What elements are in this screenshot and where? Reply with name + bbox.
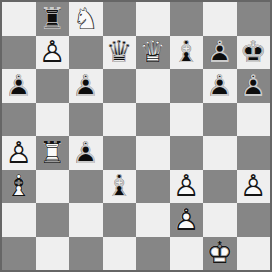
piece-fill-glyph: ♟ <box>170 170 204 204</box>
piece-fill-glyph: ♚ <box>237 36 271 70</box>
piece-fill-glyph: ♟ <box>237 170 271 204</box>
black-pawn: ♟♙ <box>69 69 103 103</box>
square-f1[interactable] <box>170 237 204 271</box>
square-g5[interactable] <box>203 103 237 137</box>
square-c8[interactable]: ♞♘ <box>69 2 103 36</box>
piece-fill-glyph: ♜ <box>36 136 70 170</box>
piece-outline-glyph: ♕ <box>103 36 137 70</box>
piece-outline-glyph: ♔ <box>203 237 237 271</box>
black-bishop: ♝♗ <box>170 36 204 70</box>
square-e6[interactable] <box>136 69 170 103</box>
square-g6[interactable]: ♟♙ <box>203 69 237 103</box>
piece-fill-glyph: ♟ <box>36 36 70 70</box>
piece-outline-glyph: ♔ <box>237 36 271 70</box>
square-b3[interactable] <box>36 170 70 204</box>
white-rook: ♜♖ <box>36 136 70 170</box>
piece-fill-glyph: ♟ <box>203 69 237 103</box>
piece-outline-glyph: ♙ <box>237 170 271 204</box>
piece-outline-glyph: ♘ <box>69 2 103 36</box>
black-rook: ♜♖ <box>36 2 70 36</box>
square-a5[interactable] <box>2 103 36 137</box>
piece-fill-glyph: ♟ <box>69 69 103 103</box>
piece-outline-glyph: ♖ <box>36 2 70 36</box>
square-e8[interactable] <box>136 2 170 36</box>
square-h6[interactable]: ♟♙ <box>237 69 271 103</box>
square-a2[interactable] <box>2 203 36 237</box>
piece-fill-glyph: ♛ <box>103 36 137 70</box>
square-d4[interactable] <box>103 136 137 170</box>
square-f5[interactable] <box>170 103 204 137</box>
piece-outline-glyph: ♙ <box>2 69 36 103</box>
square-a7[interactable] <box>2 36 36 70</box>
piece-fill-glyph: ♟ <box>69 136 103 170</box>
square-a3[interactable]: ♝♗ <box>2 170 36 204</box>
black-queen: ♛♕ <box>103 36 137 70</box>
piece-outline-glyph: ♙ <box>69 69 103 103</box>
square-f2[interactable]: ♟♙ <box>170 203 204 237</box>
square-e3[interactable] <box>136 170 170 204</box>
square-f7[interactable]: ♝♗ <box>170 36 204 70</box>
piece-outline-glyph: ♙ <box>203 36 237 70</box>
piece-outline-glyph: ♗ <box>103 170 137 204</box>
piece-fill-glyph: ♝ <box>103 170 137 204</box>
square-d3[interactable]: ♝♗ <box>103 170 137 204</box>
square-c2[interactable] <box>69 203 103 237</box>
white-queen: ♛♕ <box>136 36 170 70</box>
square-f4[interactable] <box>170 136 204 170</box>
piece-outline-glyph: ♙ <box>170 170 204 204</box>
piece-outline-glyph: ♕ <box>136 36 170 70</box>
piece-fill-glyph: ♜ <box>36 2 70 36</box>
square-b1[interactable] <box>36 237 70 271</box>
white-pawn: ♟♙ <box>170 170 204 204</box>
square-d7[interactable]: ♛♕ <box>103 36 137 70</box>
square-b6[interactable] <box>36 69 70 103</box>
square-h4[interactable] <box>237 136 271 170</box>
square-e7[interactable]: ♛♕ <box>136 36 170 70</box>
square-g1[interactable]: ♚♔ <box>203 237 237 271</box>
square-h2[interactable] <box>237 203 271 237</box>
square-d2[interactable] <box>103 203 137 237</box>
black-pawn: ♟♙ <box>203 36 237 70</box>
square-f3[interactable]: ♟♙ <box>170 170 204 204</box>
square-a8[interactable] <box>2 2 36 36</box>
square-b4[interactable]: ♜♖ <box>36 136 70 170</box>
square-d5[interactable] <box>103 103 137 137</box>
square-c1[interactable] <box>69 237 103 271</box>
square-g4[interactable] <box>203 136 237 170</box>
black-pawn: ♟♙ <box>203 69 237 103</box>
square-e2[interactable] <box>136 203 170 237</box>
black-king: ♚♔ <box>237 36 271 70</box>
square-g3[interactable] <box>203 170 237 204</box>
piece-fill-glyph: ♟ <box>237 69 271 103</box>
piece-fill-glyph: ♚ <box>203 237 237 271</box>
white-king: ♚♔ <box>203 237 237 271</box>
square-h3[interactable]: ♟♙ <box>237 170 271 204</box>
square-c7[interactable] <box>69 36 103 70</box>
square-c4[interactable]: ♟♙ <box>69 136 103 170</box>
piece-fill-glyph: ♟ <box>2 69 36 103</box>
square-d6[interactable] <box>103 69 137 103</box>
piece-fill-glyph: ♟ <box>2 136 36 170</box>
white-knight: ♞♘ <box>69 2 103 36</box>
black-pawn: ♟♙ <box>69 136 103 170</box>
square-e1[interactable] <box>136 237 170 271</box>
square-c3[interactable] <box>69 170 103 204</box>
piece-fill-glyph: ♝ <box>170 36 204 70</box>
black-bishop: ♝♗ <box>103 170 137 204</box>
square-b5[interactable] <box>36 103 70 137</box>
white-bishop: ♝♗ <box>2 170 36 204</box>
white-pawn: ♟♙ <box>237 170 271 204</box>
piece-fill-glyph: ♛ <box>136 36 170 70</box>
piece-outline-glyph: ♗ <box>2 170 36 204</box>
square-e5[interactable] <box>136 103 170 137</box>
black-pawn: ♟♙ <box>2 69 36 103</box>
square-g8[interactable] <box>203 2 237 36</box>
square-g2[interactable] <box>203 203 237 237</box>
piece-outline-glyph: ♗ <box>170 36 204 70</box>
chess-board: ♜♖♞♘♟♙♛♕♛♕♝♗♟♙♚♔♟♙♟♙♟♙♟♙♟♙♜♖♟♙♝♗♝♗♟♙♟♙♟♙… <box>0 0 272 272</box>
white-pawn: ♟♙ <box>170 203 204 237</box>
piece-fill-glyph: ♟ <box>203 36 237 70</box>
piece-outline-glyph: ♙ <box>170 203 204 237</box>
square-b2[interactable] <box>36 203 70 237</box>
piece-outline-glyph: ♖ <box>36 136 70 170</box>
square-b7[interactable]: ♟♙ <box>36 36 70 70</box>
square-f6[interactable] <box>170 69 204 103</box>
piece-fill-glyph: ♟ <box>170 203 204 237</box>
square-a6[interactable]: ♟♙ <box>2 69 36 103</box>
square-f8[interactable] <box>170 2 204 36</box>
black-pawn: ♟♙ <box>237 69 271 103</box>
square-h1[interactable] <box>237 237 271 271</box>
square-h8[interactable] <box>237 2 271 36</box>
square-d1[interactable] <box>103 237 137 271</box>
square-b8[interactable]: ♜♖ <box>36 2 70 36</box>
white-pawn: ♟♙ <box>2 136 36 170</box>
square-c6[interactable]: ♟♙ <box>69 69 103 103</box>
square-h5[interactable] <box>237 103 271 137</box>
piece-fill-glyph: ♝ <box>2 170 36 204</box>
square-a1[interactable] <box>2 237 36 271</box>
square-g7[interactable]: ♟♙ <box>203 36 237 70</box>
square-a4[interactable]: ♟♙ <box>2 136 36 170</box>
square-c5[interactable] <box>69 103 103 137</box>
white-pawn: ♟♙ <box>36 36 70 70</box>
square-e4[interactable] <box>136 136 170 170</box>
piece-outline-glyph: ♙ <box>69 136 103 170</box>
square-d8[interactable] <box>103 2 137 36</box>
piece-outline-glyph: ♙ <box>203 69 237 103</box>
square-h7[interactable]: ♚♔ <box>237 36 271 70</box>
piece-outline-glyph: ♙ <box>2 136 36 170</box>
piece-outline-glyph: ♙ <box>237 69 271 103</box>
piece-fill-glyph: ♞ <box>69 2 103 36</box>
piece-outline-glyph: ♙ <box>36 36 70 70</box>
